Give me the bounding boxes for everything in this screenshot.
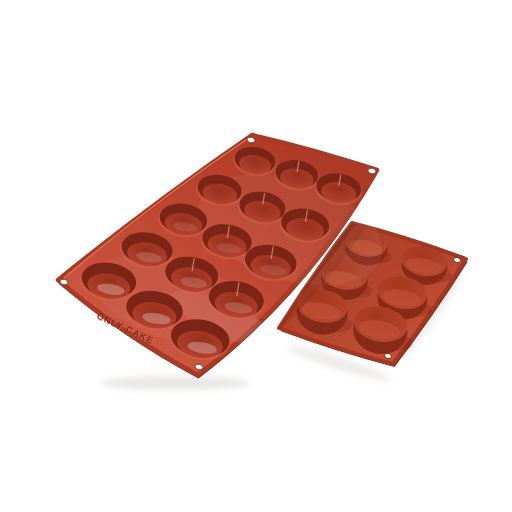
product-photo-stage: ONLY CAKE ONLY CAKE	[0, 0, 512, 512]
ground-shadow-back-mold	[100, 376, 250, 390]
product-photo: ONLY CAKE ONLY CAKE	[0, 0, 512, 512]
